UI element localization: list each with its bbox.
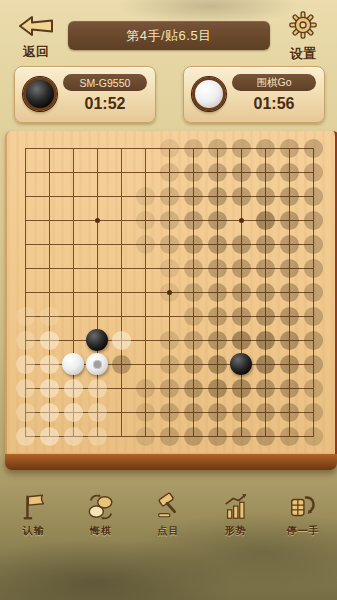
black-influence-mark [256, 259, 275, 278]
black-influence-mark [208, 427, 227, 446]
player-card-white: 围棋Go 01:56 [183, 66, 325, 123]
black-influence-mark [256, 331, 275, 350]
back-arrow-icon [17, 14, 55, 38]
black-influence-mark [256, 403, 275, 422]
board-bottom-rim [5, 454, 337, 470]
estimate-label: 形势 [225, 524, 247, 538]
white-stone [62, 353, 84, 375]
black-influence-mark [208, 235, 227, 254]
black-influence-mark [208, 139, 227, 158]
black-influence-mark [280, 403, 299, 422]
black-influence-mark [280, 307, 299, 326]
black-influence-mark [160, 187, 179, 206]
black-influence-mark [280, 427, 299, 446]
black-influence-mark [184, 235, 203, 254]
black-influence-mark [208, 163, 227, 182]
undo-label: 悔棋 [90, 524, 112, 538]
black-influence-mark [232, 163, 251, 182]
black-influence-mark [232, 379, 251, 398]
white-name-pill: 围棋Go [232, 74, 316, 91]
black-influence-mark [232, 331, 251, 350]
white-influence-mark [64, 403, 83, 422]
white-influence-mark [16, 379, 35, 398]
black-influence-mark [184, 139, 203, 158]
black-influence-mark [184, 403, 203, 422]
black-influence-mark [208, 379, 227, 398]
white-player-name: 围棋Go [256, 76, 291, 90]
black-influence-mark [304, 427, 323, 446]
white-influence-mark [40, 403, 59, 422]
white-influence-mark [112, 331, 131, 350]
count-button[interactable]: 点目 [140, 492, 196, 538]
black-influence-mark [184, 259, 203, 278]
black-influence-mark [112, 355, 131, 374]
white-influence-mark [64, 427, 83, 446]
black-influence-mark [232, 139, 251, 158]
black-influence-mark [280, 235, 299, 254]
black-influence-mark [232, 283, 251, 302]
black-influence-mark [136, 403, 155, 422]
hoshi-point [95, 218, 100, 223]
black-influence-mark [280, 355, 299, 374]
black-influence-mark [280, 187, 299, 206]
black-influence-mark [184, 163, 203, 182]
black-influence-mark [232, 427, 251, 446]
black-influence-mark [256, 139, 275, 158]
pass-button[interactable]: 停一手 [275, 492, 331, 538]
black-name-pill: SM-G9550 [63, 74, 147, 91]
black-influence-mark [304, 331, 323, 350]
settings-button[interactable]: 设置 [279, 10, 327, 63]
black-influence-mark [208, 187, 227, 206]
go-board-panel [5, 131, 337, 454]
black-influence-mark [256, 379, 275, 398]
black-influence-mark [208, 211, 227, 230]
black-clock: 01:52 [63, 95, 147, 113]
black-influence-mark [280, 331, 299, 350]
black-influence-mark [184, 427, 203, 446]
black-stone-avatar [23, 77, 57, 111]
black-influence-mark [256, 211, 275, 230]
black-influence-mark [160, 235, 179, 254]
black-influence-mark [184, 331, 203, 350]
black-influence-mark [304, 307, 323, 326]
undo-stones-icon [86, 492, 116, 522]
black-influence-mark [280, 379, 299, 398]
black-influence-mark [280, 211, 299, 230]
black-influence-mark [280, 283, 299, 302]
settings-label: 设置 [279, 45, 327, 63]
black-influence-mark [256, 307, 275, 326]
black-influence-mark [280, 139, 299, 158]
black-influence-mark [280, 259, 299, 278]
black-influence-mark [160, 163, 179, 182]
black-influence-mark [160, 427, 179, 446]
black-influence-mark [136, 379, 155, 398]
white-stone [86, 353, 108, 375]
gavel-icon [153, 492, 183, 522]
black-influence-mark [232, 403, 251, 422]
black-influence-mark [304, 283, 323, 302]
black-influence-mark [136, 235, 155, 254]
black-influence-mark [160, 259, 179, 278]
bottom-toolbar: 认输 悔棋 点目 [0, 482, 337, 548]
white-clock: 01:56 [232, 95, 316, 113]
pass-arrow-icon [288, 492, 318, 522]
resign-button[interactable]: 认输 [6, 492, 62, 538]
black-influence-mark [256, 355, 275, 374]
flag-icon [19, 492, 49, 522]
player-card-black: SM-G9550 01:52 [14, 66, 156, 123]
black-influence-mark [136, 187, 155, 206]
black-influence-mark [304, 259, 323, 278]
white-influence-mark [64, 379, 83, 398]
black-influence-mark [304, 211, 323, 230]
black-influence-mark [256, 163, 275, 182]
black-influence-mark [160, 331, 179, 350]
black-influence-mark [160, 379, 179, 398]
black-influence-mark [184, 283, 203, 302]
move-info-pill: 第4手/贴6.5目 [68, 21, 270, 50]
white-influence-mark [16, 331, 35, 350]
hoshi-point [239, 218, 244, 223]
black-influence-mark [208, 283, 227, 302]
black-influence-mark [160, 403, 179, 422]
black-influence-mark [232, 187, 251, 206]
white-influence-mark [16, 355, 35, 374]
black-influence-mark [256, 235, 275, 254]
black-influence-mark [184, 379, 203, 398]
go-board-grid[interactable] [25, 148, 314, 437]
white-influence-mark [40, 427, 59, 446]
black-influence-mark [208, 403, 227, 422]
black-influence-mark [256, 427, 275, 446]
black-influence-mark [232, 259, 251, 278]
black-influence-mark [232, 235, 251, 254]
white-stone-avatar [192, 77, 226, 111]
chart-icon [221, 492, 251, 522]
black-influence-mark [304, 235, 323, 254]
resign-label: 认输 [23, 524, 45, 538]
count-label: 点目 [157, 524, 179, 538]
pass-label: 停一手 [287, 524, 320, 538]
black-influence-mark [208, 259, 227, 278]
undo-button[interactable]: 悔棋 [73, 492, 129, 538]
go-app-screen: 返回 第4手/贴6.5目 设置 SM-G9550 01:5 [0, 0, 337, 600]
white-influence-mark [40, 331, 59, 350]
black-influence-mark [184, 211, 203, 230]
black-influence-mark [160, 211, 179, 230]
back-button[interactable]: 返回 [12, 14, 60, 61]
move-info-text: 第4手/贴6.5目 [126, 27, 211, 45]
back-label: 返回 [12, 43, 60, 61]
black-influence-mark [304, 403, 323, 422]
gear-icon [287, 10, 319, 40]
black-influence-mark [208, 307, 227, 326]
black-influence-mark [256, 187, 275, 206]
black-influence-mark [184, 355, 203, 374]
black-influence-mark [160, 139, 179, 158]
black-influence-mark [208, 331, 227, 350]
black-stone [230, 353, 252, 375]
white-influence-mark [40, 355, 59, 374]
black-influence-mark [304, 187, 323, 206]
white-influence-mark [16, 307, 35, 326]
black-influence-mark [136, 211, 155, 230]
black-influence-mark [304, 379, 323, 398]
white-influence-mark [16, 427, 35, 446]
black-influence-mark [232, 307, 251, 326]
black-influence-mark [160, 283, 179, 302]
black-influence-mark [304, 139, 323, 158]
black-influence-mark [184, 187, 203, 206]
black-player-name: SM-G9550 [80, 77, 131, 89]
estimate-button[interactable]: 形势 [208, 492, 264, 538]
last-move-marker [93, 360, 102, 369]
black-influence-mark [136, 427, 155, 446]
black-influence-mark [304, 355, 323, 374]
white-influence-mark [16, 403, 35, 422]
black-influence-mark [160, 355, 179, 374]
white-influence-mark [88, 427, 107, 446]
white-influence-mark [40, 307, 59, 326]
white-influence-mark [40, 379, 59, 398]
black-influence-mark [280, 163, 299, 182]
black-influence-mark [256, 283, 275, 302]
black-influence-mark [184, 307, 203, 326]
white-influence-mark [88, 379, 107, 398]
black-influence-mark [304, 163, 323, 182]
black-influence-mark [208, 355, 227, 374]
black-stone [86, 329, 108, 351]
white-influence-mark [88, 403, 107, 422]
